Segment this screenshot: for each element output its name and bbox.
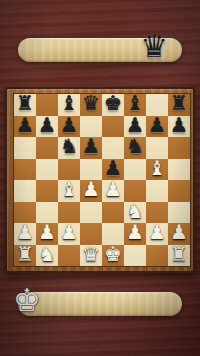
chess-board: ♜♝♛♚♝♜♟♟♟♟♟♟♞♟♞♟♝♝♟♟♞♟♟♟♟♟♟♜♞♛♚♜ [14,94,190,266]
square-c4[interactable]: ♝ [58,180,80,202]
square-f1[interactable] [124,245,146,267]
top-player-bar: ♛ [18,38,182,62]
square-b7[interactable]: ♟ [36,116,58,138]
piece-black-knight-c6[interactable]: ♞ [60,136,78,158]
piece-white-pawn-c2[interactable]: ♟ [60,222,78,244]
piece-white-knight-b1[interactable]: ♞ [38,244,56,266]
square-h6[interactable] [168,137,190,159]
piece-black-bishop-c8[interactable]: ♝ [60,93,78,115]
piece-white-knight-f3[interactable]: ♞ [126,201,144,223]
piece-black-pawn-g7[interactable]: ♟ [148,115,166,137]
piece-black-pawn-f7[interactable]: ♟ [126,115,144,137]
piece-white-rook-a1[interactable]: ♜ [16,244,34,266]
piece-white-bishop-g5[interactable]: ♝ [148,158,166,180]
black-queen-icon: ♛ [140,31,168,62]
piece-black-pawn-d6[interactable]: ♟ [82,136,100,158]
square-e4[interactable]: ♟ [102,180,124,202]
piece-white-king-e1[interactable]: ♚ [104,244,122,266]
square-b5[interactable] [36,159,58,181]
square-e1[interactable]: ♚ [102,245,124,267]
chess-board-frame: ♜♝♛♚♝♜♟♟♟♟♟♟♞♟♞♟♝♝♟♟♞♟♟♟♟♟♟♜♞♛♚♜ [5,87,195,273]
square-a5[interactable] [14,159,36,181]
square-h4[interactable] [168,180,190,202]
piece-white-queen-d1[interactable]: ♛ [82,244,100,266]
piece-white-pawn-g2[interactable]: ♟ [148,222,166,244]
piece-white-pawn-e4[interactable]: ♟ [104,179,122,201]
piece-white-rook-h1[interactable]: ♜ [170,244,188,266]
piece-black-pawn-c7[interactable]: ♟ [60,115,78,137]
square-h1[interactable]: ♜ [168,245,190,267]
square-g1[interactable] [146,245,168,267]
piece-black-pawn-b7[interactable]: ♟ [38,115,56,137]
bottom-player-bar: ♚ [18,292,182,316]
square-c6[interactable]: ♞ [58,137,80,159]
square-a7[interactable]: ♟ [14,116,36,138]
white-king-icon: ♚ [13,285,41,316]
square-c2[interactable]: ♟ [58,223,80,245]
square-g7[interactable]: ♟ [146,116,168,138]
piece-black-knight-f6[interactable]: ♞ [126,136,144,158]
square-e7[interactable] [102,116,124,138]
piece-black-pawn-a7[interactable]: ♟ [16,115,34,137]
square-d8[interactable]: ♛ [80,94,102,116]
piece-black-queen-d8[interactable]: ♛ [82,93,100,115]
square-c1[interactable] [58,245,80,267]
square-d3[interactable] [80,202,102,224]
square-f6[interactable]: ♞ [124,137,146,159]
square-g5[interactable]: ♝ [146,159,168,181]
square-e3[interactable] [102,202,124,224]
square-a4[interactable] [14,180,36,202]
piece-white-pawn-a2[interactable]: ♟ [16,222,34,244]
square-d6[interactable]: ♟ [80,137,102,159]
square-h5[interactable] [168,159,190,181]
square-f2[interactable]: ♟ [124,223,146,245]
square-f5[interactable] [124,159,146,181]
piece-black-rook-h8[interactable]: ♜ [170,93,188,115]
square-g4[interactable] [146,180,168,202]
square-b4[interactable] [36,180,58,202]
piece-black-bishop-f8[interactable]: ♝ [126,93,144,115]
piece-white-pawn-b2[interactable]: ♟ [38,222,56,244]
square-b1[interactable]: ♞ [36,245,58,267]
piece-black-pawn-h7[interactable]: ♟ [170,115,188,137]
square-d4[interactable]: ♟ [80,180,102,202]
piece-white-bishop-c4[interactable]: ♝ [60,179,78,201]
square-a6[interactable] [14,137,36,159]
square-d1[interactable]: ♛ [80,245,102,267]
square-h7[interactable]: ♟ [168,116,190,138]
square-e8[interactable]: ♚ [102,94,124,116]
piece-black-pawn-e5[interactable]: ♟ [104,158,122,180]
piece-white-pawn-d4[interactable]: ♟ [82,179,100,201]
square-g2[interactable]: ♟ [146,223,168,245]
piece-white-pawn-h2[interactable]: ♟ [170,222,188,244]
piece-white-pawn-f2[interactable]: ♟ [126,222,144,244]
piece-black-rook-a8[interactable]: ♜ [16,93,34,115]
square-a1[interactable]: ♜ [14,245,36,267]
piece-black-king-e8[interactable]: ♚ [104,93,122,115]
square-b6[interactable] [36,137,58,159]
